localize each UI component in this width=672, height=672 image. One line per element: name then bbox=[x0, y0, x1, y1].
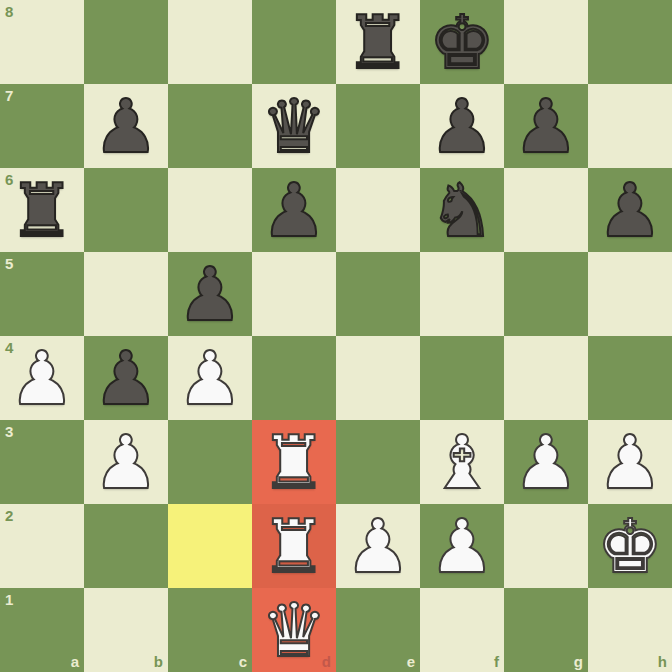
white-rook[interactable]: ♜ bbox=[252, 504, 336, 588]
square-h1[interactable]: h bbox=[588, 588, 672, 672]
white-queen[interactable]: ♛ bbox=[252, 588, 336, 672]
square-h2[interactable]: ♚ bbox=[588, 504, 672, 588]
white-pawn[interactable]: ♟ bbox=[0, 336, 84, 420]
black-pawn[interactable]: ♟ bbox=[168, 252, 252, 336]
black-pawn[interactable]: ♟ bbox=[84, 84, 168, 168]
file-label-h: h bbox=[658, 653, 667, 670]
square-g4[interactable] bbox=[504, 336, 588, 420]
square-g3[interactable]: ♟ bbox=[504, 420, 588, 504]
square-e8[interactable]: ♜ bbox=[336, 0, 420, 84]
file-label-f: f bbox=[494, 653, 499, 670]
square-f7[interactable]: ♟ bbox=[420, 84, 504, 168]
black-pawn[interactable]: ♟ bbox=[588, 168, 672, 252]
square-h6[interactable]: ♟ bbox=[588, 168, 672, 252]
square-g8[interactable] bbox=[504, 0, 588, 84]
square-h4[interactable] bbox=[588, 336, 672, 420]
square-e2[interactable]: ♟ bbox=[336, 504, 420, 588]
chess-board: 8♜♚7♟♛♟♟♜6♟♞♟5♟♟4♟♟3♟♜♝♟♟2♜♟♟♚1abc♛defgh bbox=[0, 0, 672, 672]
square-c3[interactable] bbox=[168, 420, 252, 504]
white-rook[interactable]: ♜ bbox=[252, 420, 336, 504]
square-f8[interactable]: ♚ bbox=[420, 0, 504, 84]
square-b8[interactable] bbox=[84, 0, 168, 84]
square-g7[interactable]: ♟ bbox=[504, 84, 588, 168]
black-king[interactable]: ♚ bbox=[420, 0, 504, 84]
white-pawn[interactable]: ♟ bbox=[588, 420, 672, 504]
square-b1[interactable]: b bbox=[84, 588, 168, 672]
square-b2[interactable] bbox=[84, 504, 168, 588]
square-h7[interactable] bbox=[588, 84, 672, 168]
square-d6[interactable]: ♟ bbox=[252, 168, 336, 252]
square-e6[interactable] bbox=[336, 168, 420, 252]
square-h5[interactable] bbox=[588, 252, 672, 336]
square-c8[interactable] bbox=[168, 0, 252, 84]
square-e7[interactable] bbox=[336, 84, 420, 168]
rank-label-2: 2 bbox=[5, 507, 13, 524]
square-c2[interactable] bbox=[168, 504, 252, 588]
file-label-g: g bbox=[574, 653, 583, 670]
square-g6[interactable] bbox=[504, 168, 588, 252]
black-queen[interactable]: ♛ bbox=[252, 84, 336, 168]
square-b4[interactable]: ♟ bbox=[84, 336, 168, 420]
square-h3[interactable]: ♟ bbox=[588, 420, 672, 504]
square-e1[interactable]: e bbox=[336, 588, 420, 672]
chess-board-container: 8♜♚7♟♛♟♟♜6♟♞♟5♟♟4♟♟3♟♜♝♟♟2♜♟♟♚1abc♛defgh bbox=[0, 0, 672, 672]
square-d2[interactable]: ♜ bbox=[252, 504, 336, 588]
square-e5[interactable] bbox=[336, 252, 420, 336]
black-rook[interactable]: ♜ bbox=[0, 168, 84, 252]
square-d1[interactable]: ♛d bbox=[252, 588, 336, 672]
file-label-b: b bbox=[154, 653, 163, 670]
black-pawn[interactable]: ♟ bbox=[84, 336, 168, 420]
rank-label-1: 1 bbox=[5, 591, 13, 608]
square-f4[interactable] bbox=[420, 336, 504, 420]
square-g1[interactable]: g bbox=[504, 588, 588, 672]
white-pawn[interactable]: ♟ bbox=[420, 504, 504, 588]
square-d7[interactable]: ♛ bbox=[252, 84, 336, 168]
square-c1[interactable]: c bbox=[168, 588, 252, 672]
white-pawn[interactable]: ♟ bbox=[336, 504, 420, 588]
black-pawn[interactable]: ♟ bbox=[504, 84, 588, 168]
square-a1[interactable]: 1a bbox=[0, 588, 84, 672]
file-label-a: a bbox=[71, 653, 79, 670]
square-c5[interactable]: ♟ bbox=[168, 252, 252, 336]
square-f5[interactable] bbox=[420, 252, 504, 336]
white-pawn[interactable]: ♟ bbox=[504, 420, 588, 504]
square-c7[interactable] bbox=[168, 84, 252, 168]
white-pawn[interactable]: ♟ bbox=[84, 420, 168, 504]
square-f2[interactable]: ♟ bbox=[420, 504, 504, 588]
square-a5[interactable]: 5 bbox=[0, 252, 84, 336]
file-label-e: e bbox=[407, 653, 415, 670]
black-pawn[interactable]: ♟ bbox=[420, 84, 504, 168]
black-rook[interactable]: ♜ bbox=[336, 0, 420, 84]
rank-label-7: 7 bbox=[5, 87, 13, 104]
square-d4[interactable] bbox=[252, 336, 336, 420]
square-a3[interactable]: 3 bbox=[0, 420, 84, 504]
square-d8[interactable] bbox=[252, 0, 336, 84]
square-b3[interactable]: ♟ bbox=[84, 420, 168, 504]
square-h8[interactable] bbox=[588, 0, 672, 84]
square-d5[interactable] bbox=[252, 252, 336, 336]
black-knight[interactable]: ♞ bbox=[420, 168, 504, 252]
square-f1[interactable]: f bbox=[420, 588, 504, 672]
white-bishop[interactable]: ♝ bbox=[420, 420, 504, 504]
black-pawn[interactable]: ♟ bbox=[252, 168, 336, 252]
rank-label-3: 3 bbox=[5, 423, 13, 440]
square-e3[interactable] bbox=[336, 420, 420, 504]
square-c4[interactable]: ♟ bbox=[168, 336, 252, 420]
square-f3[interactable]: ♝ bbox=[420, 420, 504, 504]
square-g2[interactable] bbox=[504, 504, 588, 588]
square-e4[interactable] bbox=[336, 336, 420, 420]
rank-label-5: 5 bbox=[5, 255, 13, 272]
square-b7[interactable]: ♟ bbox=[84, 84, 168, 168]
square-d3[interactable]: ♜ bbox=[252, 420, 336, 504]
square-a7[interactable]: 7 bbox=[0, 84, 84, 168]
rank-label-8: 8 bbox=[5, 3, 13, 20]
square-a4[interactable]: ♟4 bbox=[0, 336, 84, 420]
square-b6[interactable] bbox=[84, 168, 168, 252]
square-g5[interactable] bbox=[504, 252, 588, 336]
square-a2[interactable]: 2 bbox=[0, 504, 84, 588]
square-f6[interactable]: ♞ bbox=[420, 168, 504, 252]
square-c6[interactable] bbox=[168, 168, 252, 252]
square-b5[interactable] bbox=[84, 252, 168, 336]
square-a8[interactable]: 8 bbox=[0, 0, 84, 84]
white-pawn[interactable]: ♟ bbox=[168, 336, 252, 420]
file-label-c: c bbox=[239, 653, 247, 670]
square-a6[interactable]: ♜6 bbox=[0, 168, 84, 252]
white-king[interactable]: ♚ bbox=[588, 504, 672, 588]
